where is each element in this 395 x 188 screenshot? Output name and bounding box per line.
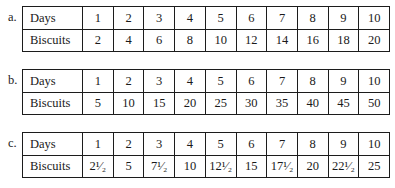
biscuits-value-cell: 45 [328,92,359,114]
days-value-cell: 8 [297,133,328,155]
days-value-cell: 6 [236,7,267,29]
biscuits-value-cell: 15 [236,155,267,177]
biscuits-value-cell: 25 [358,155,389,177]
biscuits-value-cell: 20 [174,92,205,114]
table-label-a: a. [8,11,22,24]
table-block-a: a. Days 1 2 3 4 5 6 7 8 9 10 Biscuits 2 … [8,6,395,52]
days-value-cell: 8 [297,7,328,29]
days-header-cell: Days [23,70,82,92]
biscuits-value-cell: 17¹⁄₂ [266,155,297,177]
days-header-cell: Days [23,7,82,29]
biscuits-value-cell: 6 [143,29,174,51]
days-value-cell: 5 [205,7,236,29]
days-value-cell: 7 [266,70,297,92]
days-value-cell: 3 [143,133,174,155]
biscuits-value-cell: 8 [174,29,205,51]
biscuits-value-cell: 5 [113,155,144,177]
biscuits-value-cell: 35 [266,92,297,114]
ratio-table-a: Days 1 2 3 4 5 6 7 8 9 10 Biscuits 2 4 6… [22,6,390,52]
days-value-cell: 3 [143,70,174,92]
biscuits-value-cell: 5 [82,92,113,114]
days-value-cell: 10 [358,133,389,155]
days-value-cell: 1 [82,70,113,92]
days-value-cell: 10 [358,7,389,29]
biscuits-header-cell: Biscuits [23,29,82,51]
days-value-cell: 3 [143,7,174,29]
biscuits-value-cell: 25 [205,92,236,114]
days-value-cell: 5 [205,70,236,92]
days-value-cell: 4 [174,70,205,92]
biscuits-value-cell: 30 [236,92,267,114]
days-value-cell: 9 [328,133,359,155]
days-value-cell: 2 [113,133,144,155]
biscuits-value-cell: 20 [297,155,328,177]
biscuits-value-cell: 15 [143,92,174,114]
table-block-c: c. Days 1 2 3 4 5 6 7 8 9 10 Biscuits 2¹… [8,132,395,178]
biscuits-value-cell: 50 [358,92,389,114]
days-header-cell: Days [23,133,82,155]
biscuits-header-cell: Biscuits [23,92,82,114]
ratio-table-b: Days 1 2 3 4 5 6 7 8 9 10 Biscuits 5 10 … [22,69,390,115]
days-value-cell: 5 [205,133,236,155]
days-value-cell: 8 [297,70,328,92]
table-label-c: c. [8,137,22,150]
biscuits-value-cell: 22¹⁄₂ [328,155,359,177]
biscuits-header-cell: Biscuits [23,155,82,177]
worksheet-page: a. Days 1 2 3 4 5 6 7 8 9 10 Biscuits 2 … [0,0,395,188]
biscuits-value-cell: 4 [113,29,144,51]
days-value-cell: 7 [266,7,297,29]
days-value-cell: 7 [266,133,297,155]
days-value-cell: 1 [82,7,113,29]
biscuits-value-cell: 12 [236,29,267,51]
days-value-cell: 2 [113,70,144,92]
biscuits-value-cell: 14 [266,29,297,51]
biscuits-value-cell: 12¹⁄₂ [205,155,236,177]
biscuits-value-cell: 10 [174,155,205,177]
ratio-table-c: Days 1 2 3 4 5 6 7 8 9 10 Biscuits 2¹⁄₂ … [22,132,390,178]
biscuits-value-cell: 10 [113,92,144,114]
biscuits-value-cell: 7¹⁄₂ [143,155,174,177]
biscuits-value-cell: 2¹⁄₂ [82,155,113,177]
biscuits-value-cell: 20 [358,29,389,51]
days-value-cell: 9 [328,7,359,29]
days-value-cell: 1 [82,133,113,155]
days-value-cell: 4 [174,133,205,155]
biscuits-value-cell: 10 [205,29,236,51]
days-value-cell: 4 [174,7,205,29]
days-value-cell: 6 [236,70,267,92]
biscuits-value-cell: 2 [82,29,113,51]
days-value-cell: 9 [328,70,359,92]
table-label-b: b. [8,74,22,87]
biscuits-value-cell: 16 [297,29,328,51]
days-value-cell: 6 [236,133,267,155]
days-value-cell: 10 [358,70,389,92]
days-value-cell: 2 [113,7,144,29]
table-block-b: b. Days 1 2 3 4 5 6 7 8 9 10 Biscuits 5 … [8,69,395,115]
biscuits-value-cell: 18 [328,29,359,51]
biscuits-value-cell: 40 [297,92,328,114]
